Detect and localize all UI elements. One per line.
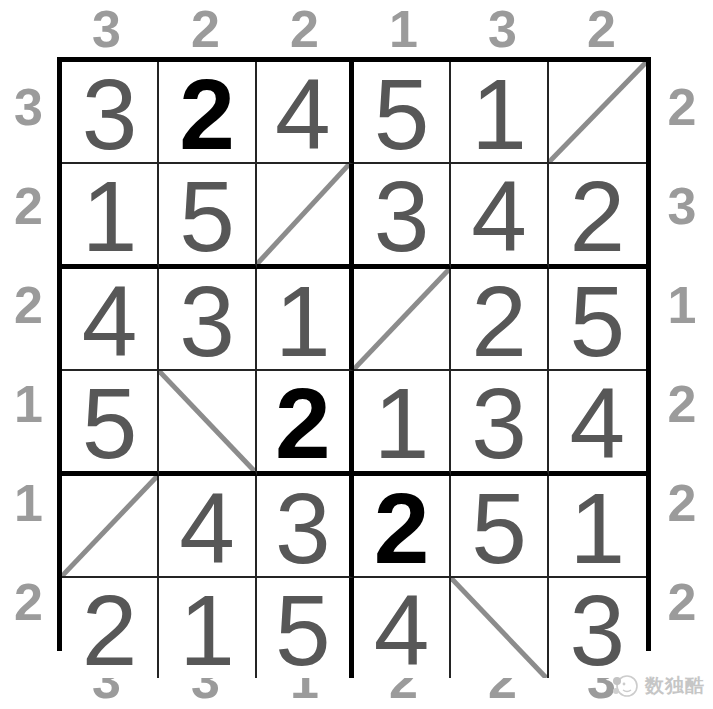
cell-r3c1[interactable]: 4 — [62, 269, 159, 371]
puzzle-page: 322132 322112 231222 331223 32451 15 342… — [0, 0, 713, 709]
solved-digit: 1 — [570, 478, 626, 578]
cell-r6c5[interactable] — [451, 578, 548, 678]
cell-r1c2[interactable]: 2 — [159, 62, 256, 164]
empty-cell-diagonal-up — [257, 164, 349, 264]
solved-digit: 1 — [82, 166, 138, 266]
cell-r2c3[interactable] — [257, 164, 354, 269]
cell-r4c6[interactable]: 4 — [549, 371, 646, 476]
clue-right-4: 2 — [651, 354, 713, 453]
clue-right-5: 2 — [651, 453, 713, 552]
brand-logo: 数独酷 — [611, 671, 705, 701]
brand-name: 数独酷 — [645, 673, 705, 699]
solved-digit: 1 — [374, 373, 430, 473]
clue-left-4: 1 — [0, 354, 57, 453]
cell-r6c4[interactable]: 4 — [354, 578, 451, 678]
clue-top-5: 3 — [453, 0, 552, 57]
given-digit: 2 — [374, 478, 430, 578]
cell-r5c1[interactable] — [62, 476, 159, 578]
solved-digit: 4 — [374, 580, 430, 680]
cell-r2c1[interactable]: 1 — [62, 164, 159, 269]
cell-r1c6[interactable] — [549, 62, 646, 164]
solved-digit: 3 — [471, 373, 527, 473]
cell-r2c2[interactable]: 5 — [159, 164, 256, 269]
cell-r5c2[interactable]: 4 — [159, 476, 256, 578]
empty-cell-diagonal-up — [549, 62, 646, 162]
solved-digit: 5 — [179, 166, 235, 266]
cell-r5c4[interactable]: 2 — [354, 476, 451, 578]
clue-right-6: 2 — [651, 552, 713, 651]
clue-right-1: 2 — [651, 57, 713, 156]
cell-r1c5[interactable]: 1 — [451, 62, 548, 164]
clue-top-4: 1 — [354, 0, 453, 57]
clue-right-3: 1 — [651, 255, 713, 354]
cell-r4c4[interactable]: 1 — [354, 371, 451, 476]
solved-digit: 4 — [179, 478, 235, 578]
cell-r6c3[interactable]: 5 — [257, 578, 354, 678]
empty-cell-diagonal-down — [451, 578, 546, 678]
solved-digit: 5 — [82, 373, 138, 473]
given-digit: 2 — [275, 373, 331, 473]
solved-digit: 3 — [179, 271, 235, 371]
empty-cell-diagonal-up — [354, 269, 449, 369]
solved-digit: 4 — [82, 271, 138, 371]
clue-top-3: 2 — [255, 0, 354, 57]
solved-digit: 3 — [570, 580, 626, 680]
solved-digit: 5 — [275, 580, 331, 680]
solved-digit: 3 — [82, 64, 138, 164]
empty-cell-diagonal-up — [62, 476, 157, 576]
clues-top: 322132 — [57, 0, 651, 57]
cell-r4c1[interactable]: 5 — [62, 371, 159, 476]
cell-r4c3[interactable]: 2 — [257, 371, 354, 476]
solved-digit: 1 — [179, 580, 235, 680]
cell-r2c6[interactable]: 2 — [549, 164, 646, 269]
clue-top-1: 3 — [57, 0, 156, 57]
clue-top-2: 2 — [156, 0, 255, 57]
cell-r1c3[interactable]: 4 — [257, 62, 354, 164]
cell-r6c6[interactable]: 3 — [549, 578, 646, 678]
cell-r3c6[interactable]: 5 — [549, 269, 646, 371]
cell-r2c4[interactable]: 3 — [354, 164, 451, 269]
clues-left: 322112 — [0, 57, 57, 651]
solved-digit: 5 — [471, 478, 527, 578]
cell-r5c3[interactable]: 3 — [257, 476, 354, 578]
clue-left-3: 2 — [0, 255, 57, 354]
solved-digit: 4 — [275, 64, 331, 164]
cell-r1c4[interactable]: 5 — [354, 62, 451, 164]
clue-left-2: 2 — [0, 156, 57, 255]
solved-digit: 2 — [570, 166, 626, 266]
puzzle-board: 32451 15 342431 255 2134 432512154 3 — [57, 57, 651, 651]
cell-r3c4[interactable] — [354, 269, 451, 371]
clue-left-5: 1 — [0, 453, 57, 552]
empty-cell-diagonal-down — [159, 371, 254, 471]
cell-r6c2[interactable]: 1 — [159, 578, 256, 678]
cell-r6c1[interactable]: 2 — [62, 578, 159, 678]
cell-r5c6[interactable]: 1 — [549, 476, 646, 578]
clue-top-6: 2 — [552, 0, 651, 57]
cell-r3c5[interactable]: 2 — [451, 269, 548, 371]
cell-r3c3[interactable]: 1 — [257, 269, 354, 371]
cell-r2c5[interactable]: 4 — [451, 164, 548, 269]
solved-digit: 5 — [374, 64, 430, 164]
cell-r5c5[interactable]: 5 — [451, 476, 548, 578]
solved-digit: 5 — [570, 271, 626, 371]
solved-digit: 4 — [471, 166, 527, 266]
cell-r3c2[interactable]: 3 — [159, 269, 256, 371]
solved-digit: 1 — [471, 64, 527, 164]
solved-digit: 3 — [275, 478, 331, 578]
sudokucool-icon — [611, 671, 641, 701]
solved-digit: 1 — [275, 271, 331, 371]
clues-right: 231222 — [651, 57, 713, 651]
cell-r4c5[interactable]: 3 — [451, 371, 548, 476]
clue-left-1: 3 — [0, 57, 57, 156]
solved-digit: 3 — [374, 166, 430, 266]
cell-r1c1[interactable]: 3 — [62, 62, 159, 164]
clue-left-6: 2 — [0, 552, 57, 651]
given-digit: 2 — [179, 64, 235, 164]
clue-right-2: 3 — [651, 156, 713, 255]
solved-digit: 4 — [570, 373, 626, 473]
cell-r4c2[interactable] — [159, 371, 256, 476]
solved-digit: 2 — [471, 271, 527, 371]
solved-digit: 2 — [82, 580, 138, 680]
